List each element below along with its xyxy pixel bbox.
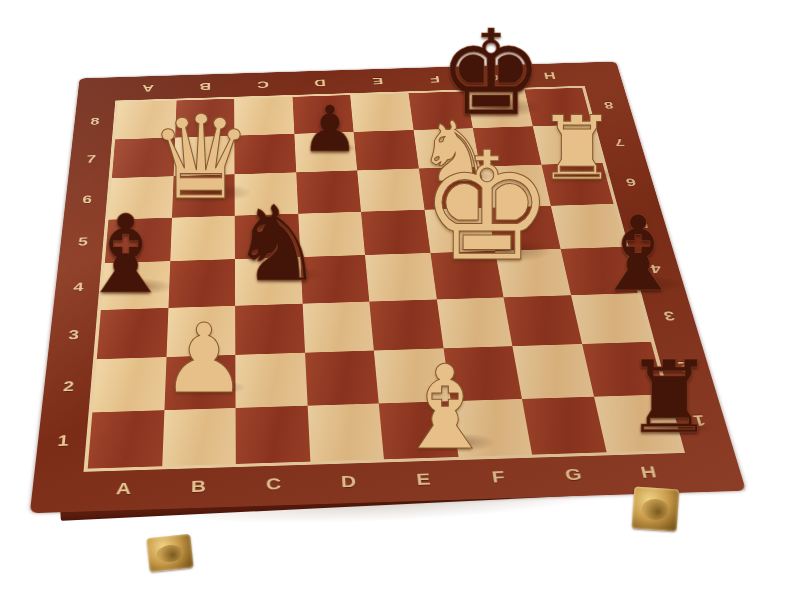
square-e6[interactable] xyxy=(357,169,424,212)
square-e8[interactable] xyxy=(350,93,413,131)
file-label-bottom-H: H xyxy=(626,462,670,482)
square-g1[interactable] xyxy=(522,396,606,454)
black-bishop-a4[interactable]: ♝ xyxy=(78,201,175,309)
brass-hinge-left-icon xyxy=(146,534,193,572)
square-b4[interactable] xyxy=(168,259,235,307)
rank-label-left-2: 2 xyxy=(49,377,88,395)
rank-label-left-7: 7 xyxy=(74,152,107,165)
white-bishop-e1[interactable]: ♝ xyxy=(393,350,497,466)
square-g3[interactable] xyxy=(503,295,581,346)
rank-label-left-1: 1 xyxy=(43,431,83,450)
square-g2[interactable] xyxy=(512,344,593,399)
file-label-bottom-A: A xyxy=(103,479,144,499)
file-label-top-E: E xyxy=(362,75,394,87)
white-king-f5[interactable]: ♚ xyxy=(420,132,554,282)
file-label-bottom-G: G xyxy=(552,464,596,484)
black-bishop-h5[interactable]: ♝ xyxy=(591,202,684,306)
square-e7[interactable] xyxy=(354,130,419,171)
rank-label-right-6: 6 xyxy=(613,175,650,189)
black-pawn-d7[interactable]: ♟ xyxy=(301,97,358,161)
square-a2[interactable] xyxy=(92,357,166,412)
square-d2[interactable] xyxy=(305,351,379,406)
file-label-top-D: D xyxy=(305,77,336,89)
file-label-bottom-B: B xyxy=(178,476,218,496)
square-d3[interactable] xyxy=(302,301,374,352)
square-b1[interactable] xyxy=(162,408,236,467)
board-scene: ABCDEFGHABCDEFGH8765432187654321 ♚♛♟♞♜♝♚… xyxy=(0,0,800,600)
square-d1[interactable] xyxy=(307,403,384,462)
brass-hinge-right-icon xyxy=(632,486,680,531)
square-a1[interactable] xyxy=(88,410,164,469)
black-knight-c4[interactable]: ♞ xyxy=(230,192,323,296)
rank-label-left-8: 8 xyxy=(79,115,111,128)
rank-label-left-3: 3 xyxy=(55,326,93,343)
file-label-bottom-D: D xyxy=(328,471,369,491)
file-label-top-C: C xyxy=(248,79,279,91)
black-rook-h1[interactable]: ♜ xyxy=(624,348,714,448)
white-pawn-b2[interactable]: ♟ xyxy=(161,311,247,407)
file-label-bottom-C: C xyxy=(253,474,293,494)
